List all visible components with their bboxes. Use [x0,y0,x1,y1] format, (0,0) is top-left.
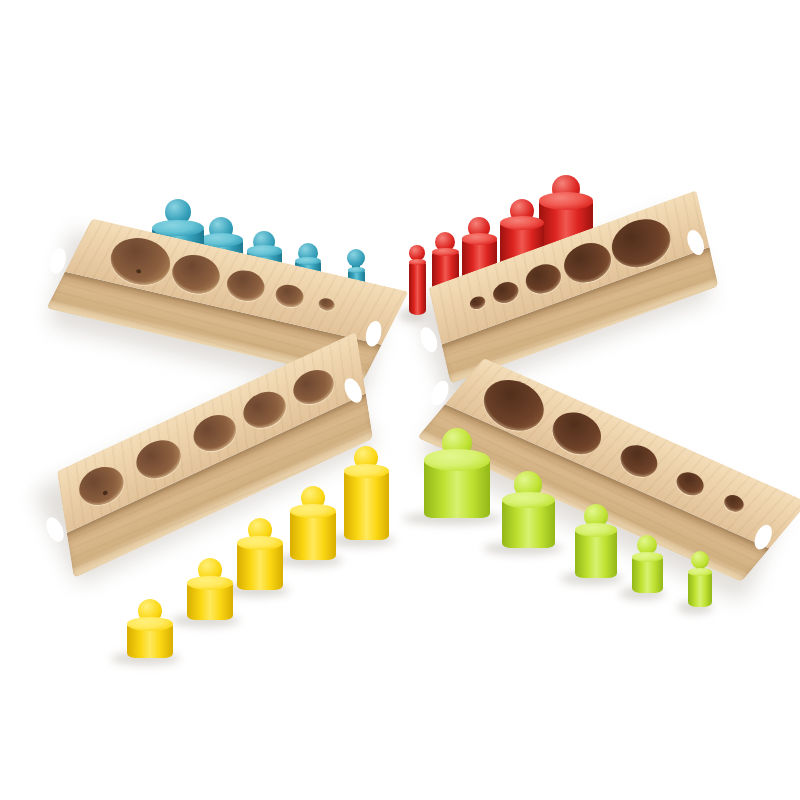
block-top-left-teal-hole-1-pin [135,269,141,274]
block-bottom-left-yellow-hole-1-pin [102,490,108,496]
green-cylinder-4-body [632,557,663,593]
yellow-cylinder-4-body [290,511,336,560]
red-cylinder-3-top-face [462,233,497,244]
red-cylinder-1-top-face [409,259,426,264]
red-cylinder-2-top-face [432,248,459,257]
teal-cylinder-5-knob [347,249,365,267]
red-cylinder-4-top-face [500,216,544,230]
product-photo-montessori-cylinder-blocks [0,0,800,800]
green-cylinder-5-body [688,572,712,607]
yellow-cylinder-3-body [237,543,283,590]
green-cylinder-4-top-face [632,552,663,562]
green-cylinder-3-body [575,530,617,578]
yellow-cylinder-5-body [344,471,389,540]
green-cylinder-1-top-face [424,449,490,470]
yellow-cylinder-5-top-face [344,464,389,478]
red-cylinder-5-top-face [539,192,593,209]
teal-cylinder-4-top-face [295,257,321,265]
green-cylinder-3-top-face [575,523,617,536]
green-cylinder-5-knob [691,551,709,569]
scene [0,0,800,800]
teal-cylinder-5-top-face [348,267,365,272]
green-cylinder-5-top-face [688,568,712,576]
green-cylinder-2-top-face [502,492,555,509]
